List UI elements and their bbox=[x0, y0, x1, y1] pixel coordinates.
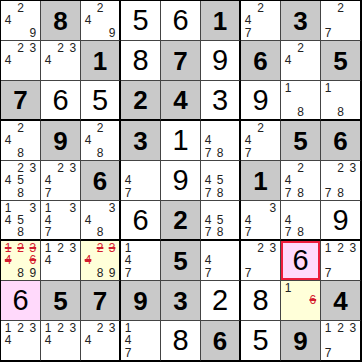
candidate: 7 bbox=[242, 267, 254, 279]
cell-r6c5[interactable]: 2 bbox=[161, 201, 201, 241]
cell-r7c5[interactable]: 5 bbox=[161, 241, 201, 281]
solved-digit: 3 bbox=[212, 86, 228, 115]
candidate: 2 bbox=[14, 2, 26, 14]
solved-digit: 9 bbox=[332, 206, 348, 235]
pencil-marks: 1234689 bbox=[1, 241, 40, 280]
candidate: 7 bbox=[322, 187, 334, 199]
given-digit: 6 bbox=[253, 48, 267, 74]
given-digit: 5 bbox=[173, 248, 187, 274]
candidate: 3 bbox=[67, 162, 79, 174]
cell-r5c7[interactable]: 1 bbox=[241, 161, 281, 201]
candidate: 7 bbox=[202, 226, 214, 238]
pencil-marks: 234 bbox=[1, 41, 40, 80]
solved-digit: 2 bbox=[212, 286, 228, 315]
given-digit: 7 bbox=[93, 288, 107, 314]
pencil-marks: 47 bbox=[201, 241, 239, 280]
solved-digit: 9 bbox=[172, 166, 188, 195]
candidate: 3 bbox=[27, 202, 39, 214]
candidate: 2 bbox=[294, 162, 306, 174]
candidate: 2 bbox=[14, 322, 26, 334]
cell-r5c8[interactable]: 2478 bbox=[281, 161, 321, 201]
pencil-marks: 1234 bbox=[1, 321, 40, 360]
pencil-marks: 2347 bbox=[41, 161, 80, 200]
cell-r3c9[interactable]: 18 bbox=[321, 81, 361, 121]
candidate: 8 bbox=[294, 106, 306, 118]
candidate: 8 bbox=[14, 267, 26, 279]
candidate: 4 bbox=[2, 334, 14, 346]
cell-r6c8[interactable]: 478 bbox=[281, 201, 321, 241]
given-digit: 3 bbox=[293, 8, 307, 34]
candidate: 2 bbox=[94, 122, 106, 134]
pencil-marks: 147 bbox=[121, 241, 160, 280]
given-digit: 5 bbox=[293, 128, 307, 154]
candidate: 4 bbox=[202, 254, 214, 266]
candidate: 3 bbox=[267, 202, 279, 214]
cell-r8c9[interactable]: 4 bbox=[321, 281, 361, 321]
candidate: 2 bbox=[14, 42, 26, 54]
cell-r1c1[interactable]: 249 bbox=[1, 1, 41, 41]
candidate: 4 bbox=[2, 174, 14, 186]
solved-digit: 5 bbox=[132, 6, 148, 35]
candidate-struck: 4 bbox=[82, 254, 94, 266]
pencil-marks: 1234 bbox=[41, 321, 80, 360]
candidate: 8 bbox=[94, 267, 106, 279]
candidate: 4 bbox=[42, 174, 54, 186]
cell-r6c1[interactable]: 13458 bbox=[1, 201, 41, 241]
given-digit: 1 bbox=[253, 168, 267, 194]
candidate: 3 bbox=[27, 162, 39, 174]
cell-r4c5[interactable]: 1 bbox=[161, 121, 201, 161]
given-digit: 7 bbox=[13, 87, 27, 113]
candidate: 1 bbox=[42, 322, 54, 334]
cell-r2c3[interactable]: 1 bbox=[81, 41, 121, 81]
pencil-marks: 1234 bbox=[41, 241, 80, 280]
candidate: 2 bbox=[334, 162, 346, 174]
cell-r3c8[interactable]: 18 bbox=[281, 81, 321, 121]
cell-r5c9[interactable]: 2378 bbox=[321, 161, 361, 201]
cell-r8c6[interactable]: 2 bbox=[201, 281, 241, 321]
pencil-marks: 249 bbox=[81, 1, 119, 40]
solved-digit: 6 bbox=[52, 86, 68, 115]
cell-r4c9[interactable]: 6 bbox=[321, 121, 361, 161]
candidate: 4 bbox=[122, 254, 134, 266]
candidate: 1 bbox=[282, 282, 294, 294]
given-digit: 6 bbox=[93, 168, 107, 194]
candidate: 1 bbox=[322, 242, 334, 254]
pencil-marks: 348 bbox=[81, 201, 119, 239]
candidate: 2 bbox=[14, 122, 26, 134]
candidate: 1 bbox=[282, 82, 294, 94]
candidate: 7 bbox=[202, 187, 214, 199]
cell-r6c3[interactable]: 348 bbox=[81, 201, 121, 241]
candidate: 4 bbox=[242, 134, 254, 146]
candidate: 4 bbox=[42, 254, 54, 266]
candidate: 4 bbox=[202, 134, 214, 146]
candidate: 1 bbox=[322, 82, 334, 94]
candidate: 7 bbox=[322, 267, 334, 279]
candidate: 7 bbox=[242, 27, 254, 39]
cell-r9c1[interactable]: 1234 bbox=[1, 321, 41, 361]
candidate: 7 bbox=[122, 187, 134, 199]
candidate: 1 bbox=[42, 242, 54, 254]
candidate: 4 bbox=[82, 334, 94, 346]
candidate-struck: 6 bbox=[307, 294, 319, 306]
cell-r8c4[interactable]: 9 bbox=[121, 281, 161, 321]
given-digit: 1 bbox=[213, 8, 227, 34]
pencil-marks: 478 bbox=[201, 121, 239, 160]
candidate: 1 bbox=[2, 322, 14, 334]
given-digit: 5 bbox=[53, 288, 67, 314]
cell-r7c9[interactable]: 1237 bbox=[321, 241, 361, 281]
pencil-marks: 4578 bbox=[201, 161, 239, 200]
pencil-marks: 1237 bbox=[321, 321, 360, 360]
candidate: 2 bbox=[334, 242, 346, 254]
candidate: 9 bbox=[27, 27, 39, 39]
pencil-marks: 249 bbox=[1, 1, 40, 40]
candidate: 2 bbox=[94, 2, 106, 14]
pencil-marks: 234 bbox=[81, 321, 119, 360]
cell-r9c4[interactable]: 147 bbox=[121, 321, 161, 361]
cell-r8c5[interactable]: 3 bbox=[161, 281, 201, 321]
candidate-struck: 2 bbox=[94, 242, 106, 254]
solved-digit: 9 bbox=[212, 46, 228, 75]
candidate: 3 bbox=[67, 322, 79, 334]
candidate-struck: 3 bbox=[27, 242, 39, 254]
pencil-marks: 18 bbox=[281, 81, 320, 119]
candidate: 4 bbox=[82, 134, 94, 146]
candidate: 5 bbox=[214, 174, 226, 186]
given-digit: 8 bbox=[53, 8, 67, 34]
cell-r9c9[interactable]: 1237 bbox=[321, 321, 361, 361]
given-digit: 6 bbox=[333, 128, 347, 154]
candidate: 8 bbox=[334, 106, 346, 118]
cell-r5c1[interactable]: 23458 bbox=[1, 161, 41, 201]
cell-r9c2[interactable]: 1234 bbox=[41, 321, 81, 361]
cell-r6c6[interactable]: 4578 bbox=[201, 201, 241, 241]
candidate: 7 bbox=[242, 226, 254, 238]
candidate: 7 bbox=[282, 226, 294, 238]
candidate: 8 bbox=[14, 226, 26, 238]
pencil-marks: 478 bbox=[281, 201, 320, 239]
candidate: 4 bbox=[122, 334, 134, 346]
cell-r1c9[interactable]: 27 bbox=[321, 1, 361, 41]
cell-r7c7[interactable]: 237 bbox=[241, 241, 281, 281]
cell-r4c1[interactable]: 248 bbox=[1, 121, 41, 161]
solved-digit: 6 bbox=[172, 6, 188, 35]
pencil-marks: 247 bbox=[241, 1, 280, 40]
cell-r3c6[interactable]: 3 bbox=[201, 81, 241, 121]
cell-r7c4[interactable]: 147 bbox=[121, 241, 161, 281]
given-digit: 6 bbox=[213, 328, 227, 354]
given-digit: 9 bbox=[293, 328, 307, 354]
given-digit: 5 bbox=[333, 48, 347, 74]
candidate: 3 bbox=[106, 202, 118, 214]
pencil-marks: 2378 bbox=[321, 161, 360, 200]
candidate: 4 bbox=[2, 134, 14, 146]
candidate: 1 bbox=[122, 242, 134, 254]
cell-r4c4[interactable]: 3 bbox=[121, 121, 161, 161]
pencil-marks: 23458 bbox=[1, 161, 40, 200]
candidate: 2 bbox=[54, 322, 66, 334]
candidate: 4 bbox=[42, 54, 54, 66]
cell-r6c9[interactable]: 9 bbox=[321, 201, 361, 241]
sudoku-board: 2498249561247327234234187962457652439181… bbox=[0, 0, 362, 362]
candidate: 8 bbox=[94, 147, 106, 159]
given-digit: 1 bbox=[93, 48, 107, 74]
candidate: 2 bbox=[334, 2, 346, 14]
cell-r5c3[interactable]: 6 bbox=[81, 161, 121, 201]
cell-r8c7[interactable]: 8 bbox=[241, 281, 281, 321]
candidate: 4 bbox=[2, 14, 14, 26]
solved-digit: 5 bbox=[92, 86, 108, 115]
candidate: 3 bbox=[27, 42, 39, 54]
cell-r3c3[interactable]: 5 bbox=[81, 81, 121, 121]
candidate: 7 bbox=[202, 147, 214, 159]
candidate: 8 bbox=[214, 226, 226, 238]
pencil-marks: 248 bbox=[81, 121, 119, 160]
candidate-struck: 2 bbox=[14, 242, 26, 254]
given-digit: 9 bbox=[133, 288, 147, 314]
candidate: 3 bbox=[347, 162, 359, 174]
pencil-marks: 237 bbox=[241, 241, 280, 280]
candidate: 2 bbox=[254, 122, 266, 134]
candidate: 3 bbox=[27, 322, 39, 334]
cell-r2c1[interactable]: 234 bbox=[1, 41, 41, 81]
cell-r4c8[interactable]: 5 bbox=[281, 121, 321, 161]
candidate: 8 bbox=[14, 187, 26, 199]
candidate: 2 bbox=[94, 322, 106, 334]
given-digit: 4 bbox=[173, 87, 187, 113]
candidate: 7 bbox=[322, 27, 334, 39]
candidate: 2 bbox=[254, 242, 266, 254]
candidate: 3 bbox=[67, 202, 79, 214]
cell-r5c6[interactable]: 4578 bbox=[201, 161, 241, 201]
pencil-marks: 24 bbox=[281, 41, 320, 80]
pencil-marks: 16 bbox=[281, 281, 320, 320]
candidate: 3 bbox=[67, 242, 79, 254]
solved-digit: 8 bbox=[172, 326, 188, 355]
pencil-marks: 23489 bbox=[81, 241, 119, 280]
candidate: 9 bbox=[106, 267, 118, 279]
cell-r7c8[interactable]: 6 bbox=[281, 241, 321, 281]
cell-r2c8[interactable]: 24 bbox=[281, 41, 321, 81]
candidate: 4 bbox=[82, 14, 94, 26]
candidate: 7 bbox=[242, 147, 254, 159]
cell-r8c8[interactable]: 16 bbox=[281, 281, 321, 321]
candidate: 4 bbox=[242, 14, 254, 26]
pencil-marks: 248 bbox=[1, 121, 40, 160]
cell-r1c8[interactable]: 3 bbox=[281, 1, 321, 41]
candidate: 2 bbox=[54, 162, 66, 174]
pencil-marks: 4578 bbox=[201, 201, 239, 239]
solved-digit: 9 bbox=[252, 86, 268, 115]
candidate: 5 bbox=[14, 174, 26, 186]
candidate: 8 bbox=[214, 187, 226, 199]
pencil-marks: 1347 bbox=[41, 201, 80, 239]
cell-r8c1[interactable]: 6 bbox=[1, 281, 41, 321]
solved-digit: 6 bbox=[12, 286, 28, 315]
cell-r4c3[interactable]: 248 bbox=[81, 121, 121, 161]
pencil-marks: 234 bbox=[41, 41, 80, 80]
candidate: 2 bbox=[334, 322, 346, 334]
cell-r4c2[interactable]: 9 bbox=[41, 121, 81, 161]
given-digit: 3 bbox=[133, 128, 147, 154]
given-digit: 2 bbox=[173, 207, 187, 233]
cell-r1c3[interactable]: 249 bbox=[81, 1, 121, 41]
cell-r4c6[interactable]: 478 bbox=[201, 121, 241, 161]
candidate: 2 bbox=[54, 242, 66, 254]
candidate: 8 bbox=[94, 226, 106, 238]
candidate: 8 bbox=[294, 226, 306, 238]
cell-r7c3[interactable]: 23489 bbox=[81, 241, 121, 281]
pencil-marks: 347 bbox=[241, 201, 280, 239]
candidate: 7 bbox=[282, 187, 294, 199]
solved-digit: 6 bbox=[292, 246, 308, 275]
candidate: 7 bbox=[122, 347, 134, 359]
solved-digit: 5 bbox=[252, 326, 268, 355]
pencil-marks: 147 bbox=[121, 321, 160, 360]
solved-digit: 6 bbox=[132, 206, 148, 235]
given-digit: 4 bbox=[333, 288, 347, 314]
cell-r9c3[interactable]: 234 bbox=[81, 321, 121, 361]
given-digit: 2 bbox=[133, 87, 147, 113]
candidate-struck: 1 bbox=[2, 242, 14, 254]
cell-r3c1[interactable]: 7 bbox=[1, 81, 41, 121]
candidate: 7 bbox=[122, 267, 134, 279]
cell-r2c4[interactable]: 8 bbox=[121, 41, 161, 81]
candidate: 4 bbox=[2, 214, 14, 226]
cell-r3c7[interactable]: 9 bbox=[241, 81, 281, 121]
cell-r1c5[interactable]: 6 bbox=[161, 1, 201, 41]
pencil-marks: 247 bbox=[241, 121, 280, 160]
given-digit: 7 bbox=[173, 48, 187, 74]
pencil-marks: 2478 bbox=[281, 161, 320, 200]
cell-r1c7[interactable]: 247 bbox=[241, 1, 281, 41]
cell-r6c7[interactable]: 347 bbox=[241, 201, 281, 241]
candidate: 4 bbox=[282, 54, 294, 66]
given-digit: 9 bbox=[53, 128, 67, 154]
cell-r9c8[interactable]: 9 bbox=[281, 321, 321, 361]
candidate: 9 bbox=[27, 267, 39, 279]
candidate: 7 bbox=[322, 347, 334, 359]
cell-r2c7[interactable]: 6 bbox=[241, 41, 281, 81]
candidate-struck: 6 bbox=[27, 254, 39, 266]
pencil-marks: 27 bbox=[321, 1, 360, 40]
candidate: 7 bbox=[42, 187, 54, 199]
cell-r6c4[interactable]: 6 bbox=[121, 201, 161, 241]
cell-r3c4[interactable]: 2 bbox=[121, 81, 161, 121]
candidate: 3 bbox=[347, 322, 359, 334]
candidate: 9 bbox=[106, 27, 118, 39]
cell-r9c5[interactable]: 8 bbox=[161, 321, 201, 361]
candidate: 4 bbox=[282, 174, 294, 186]
cell-r7c2[interactable]: 1234 bbox=[41, 241, 81, 281]
cell-r5c2[interactable]: 2347 bbox=[41, 161, 81, 201]
candidate: 1 bbox=[122, 322, 134, 334]
cell-r5c4[interactable]: 47 bbox=[121, 161, 161, 201]
cell-r4c7[interactable]: 247 bbox=[241, 121, 281, 161]
candidate: 8 bbox=[294, 187, 306, 199]
candidate: 7 bbox=[42, 226, 54, 238]
solved-digit: 1 bbox=[172, 126, 188, 155]
cell-r8c2[interactable]: 5 bbox=[41, 281, 81, 321]
solved-digit: 8 bbox=[252, 286, 268, 315]
cell-r7c6[interactable]: 47 bbox=[201, 241, 241, 281]
candidate: 8 bbox=[214, 147, 226, 159]
candidate-struck: 4 bbox=[2, 254, 14, 266]
candidate: 2 bbox=[254, 2, 266, 14]
solved-digit: 8 bbox=[132, 46, 148, 75]
cell-r1c6[interactable]: 1 bbox=[201, 1, 241, 41]
candidate: 3 bbox=[267, 242, 279, 254]
cell-r2c5[interactable]: 7 bbox=[161, 41, 201, 81]
cell-r2c6[interactable]: 9 bbox=[201, 41, 241, 81]
given-digit: 3 bbox=[173, 288, 187, 314]
cell-r1c2[interactable]: 8 bbox=[41, 1, 81, 41]
candidate: 3 bbox=[106, 322, 118, 334]
candidate: 3 bbox=[67, 42, 79, 54]
pencil-marks: 47 bbox=[121, 161, 160, 200]
cell-r8c3[interactable]: 7 bbox=[81, 281, 121, 321]
cell-r9c6[interactable]: 6 bbox=[201, 321, 241, 361]
cell-r3c2[interactable]: 6 bbox=[41, 81, 81, 121]
candidate: 4 bbox=[122, 174, 134, 186]
cell-r3c5[interactable]: 4 bbox=[161, 81, 201, 121]
candidate: 4 bbox=[202, 174, 214, 186]
pencil-marks: 13458 bbox=[1, 201, 40, 239]
candidate: 4 bbox=[82, 214, 94, 226]
pencil-marks: 18 bbox=[321, 81, 360, 119]
candidate: 3 bbox=[347, 242, 359, 254]
cell-r5c5[interactable]: 9 bbox=[161, 161, 201, 201]
candidate: 8 bbox=[334, 187, 346, 199]
cell-r6c2[interactable]: 1347 bbox=[41, 201, 81, 241]
cell-r9c7[interactable]: 5 bbox=[241, 321, 281, 361]
candidate: 2 bbox=[14, 162, 26, 174]
cell-r1c4[interactable]: 5 bbox=[121, 1, 161, 41]
candidate: 7 bbox=[202, 267, 214, 279]
candidate: 2 bbox=[54, 42, 66, 54]
candidate: 1 bbox=[322, 322, 334, 334]
cell-r2c2[interactable]: 234 bbox=[41, 41, 81, 81]
pencil-marks: 1237 bbox=[321, 241, 360, 280]
candidate: 8 bbox=[14, 147, 26, 159]
candidate: 4 bbox=[2, 54, 14, 66]
candidate-struck: 3 bbox=[106, 242, 118, 254]
cell-r7c1[interactable]: 1234689 bbox=[1, 241, 41, 281]
candidate: 4 bbox=[42, 334, 54, 346]
cell-r2c9[interactable]: 5 bbox=[321, 41, 361, 81]
candidate: 2 bbox=[294, 42, 306, 54]
